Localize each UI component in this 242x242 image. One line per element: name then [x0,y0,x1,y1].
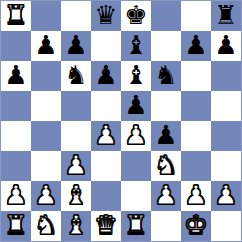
square-f1[interactable] [151,211,181,241]
white-pawn: ♟ [34,182,57,208]
white-knight: ♞ [34,212,57,238]
square-f6[interactable]: ♞ [151,61,181,91]
black-pawn: ♟ [94,62,117,88]
black-queen: ♛ [94,2,117,28]
black-pawn: ♟ [34,32,57,58]
square-g2[interactable]: ♟ [181,181,211,211]
square-c1[interactable]: ♝ [61,211,91,241]
square-g3[interactable] [181,151,211,181]
square-b8[interactable] [31,1,61,31]
square-g7[interactable]: ♟ [181,31,211,61]
white-pawn: ♟ [64,152,87,178]
square-b3[interactable] [31,151,61,181]
square-f3[interactable]: ♞ [151,151,181,181]
black-knight: ♞ [64,62,87,88]
white-king: ♚ [184,212,207,238]
square-e6[interactable]: ♝ [121,61,151,91]
square-e1[interactable]: ♜ [121,211,151,241]
square-a1[interactable]: ♜ [1,211,31,241]
square-d4[interactable]: ♟ [91,121,121,151]
square-a4[interactable] [1,121,31,151]
square-f7[interactable] [151,31,181,61]
square-d3[interactable] [91,151,121,181]
white-bishop: ♝ [64,182,87,208]
square-h3[interactable] [211,151,241,181]
white-rook: ♜ [4,212,27,238]
square-h2[interactable]: ♟ [211,181,241,211]
white-pawn: ♟ [4,182,27,208]
square-d8[interactable]: ♛ [91,1,121,31]
square-c3[interactable]: ♟ [61,151,91,181]
square-b1[interactable]: ♞ [31,211,61,241]
square-c4[interactable] [61,121,91,151]
white-rook: ♜ [4,2,27,28]
square-h1[interactable] [211,211,241,241]
square-e8[interactable]: ♚ [121,1,151,31]
chess-board: ♜♛♚♜♟♟♝♟♟♟♞♟♝♞♟♟♟♟♟♞♟♟♝♟♟♟♜♞♝♛♜♚ [1,1,241,241]
square-g8[interactable] [181,1,211,31]
square-d6[interactable]: ♟ [91,61,121,91]
square-d2[interactable] [91,181,121,211]
square-g4[interactable] [181,121,211,151]
square-d5[interactable] [91,91,121,121]
black-knight: ♞ [154,62,177,88]
square-g5[interactable] [181,91,211,121]
square-c5[interactable] [61,91,91,121]
square-g6[interactable] [181,61,211,91]
square-a5[interactable] [1,91,31,121]
black-rook: ♜ [214,2,237,28]
black-pawn: ♟ [214,32,237,58]
white-rook: ♜ [124,212,147,238]
black-pawn: ♟ [154,122,177,148]
square-c2[interactable]: ♝ [61,181,91,211]
white-pawn: ♟ [184,182,207,208]
square-h6[interactable] [211,61,241,91]
chess-board-frame: ♜♛♚♜♟♟♝♟♟♟♞♟♝♞♟♟♟♟♟♞♟♟♝♟♟♟♜♞♝♛♜♚ [0,0,242,242]
square-a3[interactable] [1,151,31,181]
square-a6[interactable]: ♟ [1,61,31,91]
square-f5[interactable] [151,91,181,121]
square-e7[interactable]: ♝ [121,31,151,61]
black-pawn: ♟ [4,62,27,88]
white-pawn: ♟ [154,182,177,208]
square-h7[interactable]: ♟ [211,31,241,61]
square-c6[interactable]: ♞ [61,61,91,91]
square-h5[interactable] [211,91,241,121]
square-d1[interactable]: ♛ [91,211,121,241]
white-bishop: ♝ [64,212,87,238]
square-e3[interactable] [121,151,151,181]
square-h8[interactable]: ♜ [211,1,241,31]
square-h4[interactable] [211,121,241,151]
square-b6[interactable] [31,61,61,91]
black-bishop: ♝ [124,62,147,88]
square-b2[interactable]: ♟ [31,181,61,211]
black-pawn: ♟ [124,92,147,118]
black-pawn: ♟ [64,32,87,58]
square-f2[interactable]: ♟ [151,181,181,211]
black-king: ♚ [124,2,147,28]
square-f4[interactable]: ♟ [151,121,181,151]
black-bishop: ♝ [124,32,147,58]
square-b5[interactable] [31,91,61,121]
square-b7[interactable]: ♟ [31,31,61,61]
square-e4[interactable]: ♟ [121,121,151,151]
white-knight: ♞ [154,152,177,178]
white-pawn: ♟ [124,122,147,148]
square-c8[interactable] [61,1,91,31]
square-e2[interactable] [121,181,151,211]
black-pawn: ♟ [184,32,207,58]
white-pawn: ♟ [94,122,117,148]
square-b4[interactable] [31,121,61,151]
square-c7[interactable]: ♟ [61,31,91,61]
square-a8[interactable]: ♜ [1,1,31,31]
square-f8[interactable] [151,1,181,31]
square-a2[interactable]: ♟ [1,181,31,211]
square-g1[interactable]: ♚ [181,211,211,241]
square-d7[interactable] [91,31,121,61]
white-pawn: ♟ [214,182,237,208]
white-queen: ♛ [94,212,117,238]
square-a7[interactable] [1,31,31,61]
square-e5[interactable]: ♟ [121,91,151,121]
